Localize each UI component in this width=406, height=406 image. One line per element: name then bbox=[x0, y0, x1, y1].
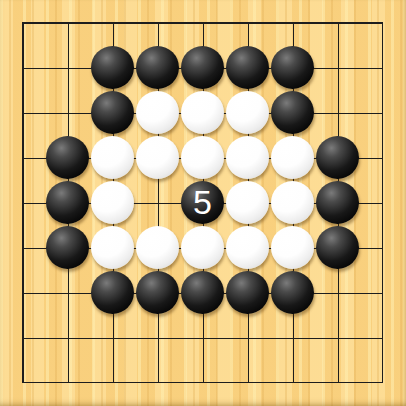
black-stone bbox=[316, 136, 359, 179]
black-stone bbox=[46, 136, 89, 179]
white-stone bbox=[226, 91, 269, 134]
white-stone bbox=[181, 226, 224, 269]
white-stone bbox=[91, 136, 134, 179]
white-stone bbox=[226, 181, 269, 224]
white-stone bbox=[136, 226, 179, 269]
white-stone bbox=[181, 91, 224, 134]
white-stone bbox=[136, 91, 179, 134]
black-stone bbox=[46, 181, 89, 224]
black-stone bbox=[91, 91, 134, 134]
black-stone bbox=[271, 91, 314, 134]
black-stone bbox=[316, 226, 359, 269]
move-number-label: 5 bbox=[193, 185, 212, 219]
white-stone bbox=[271, 226, 314, 269]
black-stone bbox=[91, 271, 134, 314]
white-stone bbox=[271, 181, 314, 224]
black-stone: 5 bbox=[181, 181, 224, 224]
black-stone bbox=[271, 46, 314, 89]
black-stone bbox=[136, 46, 179, 89]
white-stone bbox=[91, 226, 134, 269]
black-stone bbox=[271, 271, 314, 314]
white-stone bbox=[91, 181, 134, 224]
black-stone bbox=[91, 46, 134, 89]
black-stone bbox=[46, 226, 89, 269]
black-stone bbox=[181, 271, 224, 314]
white-stone bbox=[181, 136, 224, 179]
black-stone bbox=[226, 46, 269, 89]
black-stone bbox=[226, 271, 269, 314]
white-stone bbox=[226, 136, 269, 179]
black-stone bbox=[316, 181, 359, 224]
white-stone bbox=[271, 136, 314, 179]
black-stone bbox=[181, 46, 224, 89]
go-board[interactable]: 5 bbox=[0, 0, 406, 406]
black-stone bbox=[136, 271, 179, 314]
white-stone bbox=[226, 226, 269, 269]
white-stone bbox=[136, 136, 179, 179]
